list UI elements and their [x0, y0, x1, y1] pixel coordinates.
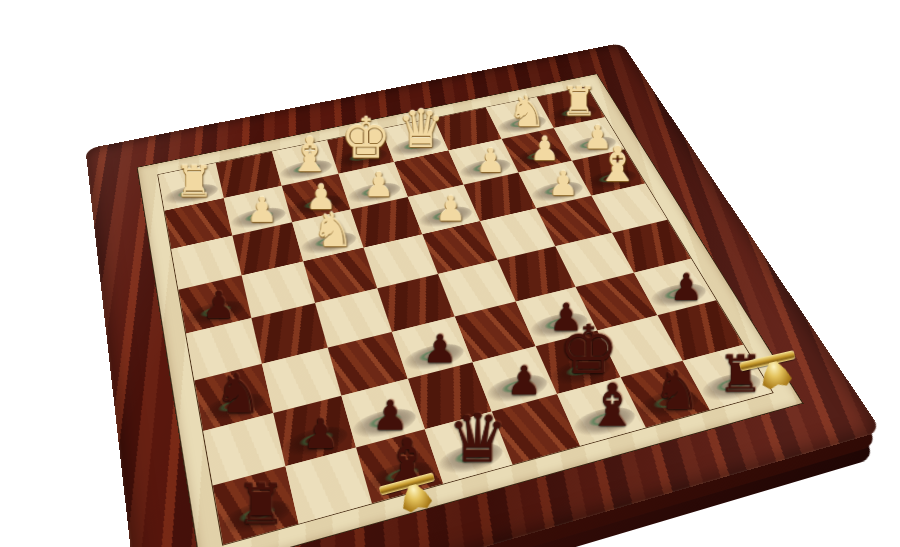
piece-white-queen-d1[interactable]: ♛ — [397, 103, 444, 155]
piece-black-pawn-a6[interactable]: ♟ — [669, 269, 702, 306]
piece-black-rook-h8[interactable]: ♜ — [236, 476, 286, 532]
piece-white-pawn-e2[interactable]: ♟ — [364, 168, 394, 202]
chess-case: ♜♝♚♛♞♜♟♟♟♟♟♟♞♟♟♝♟♞♟♟♟♟♟♟♚♜♝♛♝♞♜ — [85, 43, 881, 547]
square-h1[interactable]: ♜ — [158, 163, 224, 211]
square-c8[interactable]: ♝ — [557, 377, 646, 445]
piece-black-pawn-h4[interactable]: ♟ — [202, 286, 236, 323]
scene: ♜♝♚♛♞♜♟♟♟♟♟♟♞♟♟♝♟♞♟♟♟♟♟♟♚♜♝♛♝♞♜ — [0, 0, 900, 547]
piece-white-pawn-d3[interactable]: ♟ — [435, 192, 466, 227]
piece-white-rook-h1[interactable]: ♜ — [175, 160, 214, 203]
piece-black-pawn-e6[interactable]: ♟ — [422, 330, 457, 369]
piece-black-knight-b8[interactable]: ♞ — [653, 363, 701, 417]
piece-white-pawn-b3[interactable]: ♟ — [548, 167, 578, 201]
square-h4[interactable]: ♟ — [178, 275, 251, 333]
piece-white-pawn-b2[interactable]: ♟ — [530, 133, 559, 166]
chess-board: ♜♝♚♛♞♜♟♟♟♟♟♟♞♟♟♝♟♞♟♟♟♟♟♟♚♜♝♛♝♞♜ — [158, 87, 772, 545]
piece-white-bishop-f1[interactable]: ♝ — [288, 130, 331, 178]
piece-black-queen-e8[interactable]: ♛ — [447, 404, 507, 471]
piece-white-bishop-a3[interactable]: ♝ — [596, 140, 639, 188]
square-g4[interactable] — [242, 261, 315, 318]
piece-white-knight-b1[interactable]: ♞ — [508, 90, 546, 132]
board-border: ♜♝♚♛♞♜♟♟♟♟♟♟♞♟♟♝♟♞♟♟♟♟♟♟♚♜♝♛♝♞♜ — [138, 74, 802, 547]
piece-white-rook-a1[interactable]: ♜ — [561, 81, 597, 121]
chess-set-photo: ♜♝♚♛♞♜♟♟♟♟♟♟♞♟♟♝♟♞♟♟♟♟♟♟♚♜♝♛♝♞♜ — [0, 0, 900, 547]
piece-black-bishop-c8[interactable]: ♝ — [586, 376, 639, 435]
piece-white-pawn-g2[interactable]: ♟ — [247, 193, 278, 228]
piece-white-king-e1[interactable]: ♚ — [341, 110, 392, 167]
piece-black-knight-h6[interactable]: ♞ — [214, 366, 262, 420]
piece-black-pawn-d7[interactable]: ♟ — [506, 361, 542, 401]
piece-white-pawn-c2[interactable]: ♟ — [476, 144, 506, 177]
piece-white-knight-f3[interactable]: ♞ — [312, 206, 354, 253]
piece-black-pawn-g7[interactable]: ♟ — [302, 413, 339, 454]
